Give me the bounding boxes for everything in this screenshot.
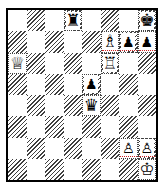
square-f1[interactable] (101, 159, 120, 180)
square-g6[interactable] (119, 53, 138, 74)
square-e8[interactable] (82, 10, 101, 31)
square-g3[interactable] (119, 116, 138, 137)
square-c5[interactable] (45, 74, 64, 95)
square-c7[interactable] (45, 31, 64, 52)
square-b4[interactable] (27, 95, 46, 116)
square-d7[interactable] (64, 31, 83, 52)
square-h2[interactable]: ♙ (138, 138, 157, 159)
square-e6[interactable] (82, 53, 101, 74)
black-queen-piece[interactable]: ♛ (84, 97, 99, 114)
square-d8[interactable]: ♜ (64, 10, 83, 31)
white-pawn-piece[interactable]: ♙ (140, 141, 153, 155)
square-e4[interactable]: ♛ (82, 95, 101, 116)
square-d3[interactable] (64, 116, 83, 137)
square-a4[interactable] (8, 95, 27, 116)
square-d1[interactable] (64, 159, 83, 180)
white-king-piece[interactable]: ♔ (139, 160, 154, 177)
square-e1[interactable] (82, 159, 101, 180)
square-d5[interactable] (64, 74, 83, 95)
square-h4[interactable] (138, 95, 157, 116)
square-d6[interactable] (64, 53, 83, 74)
square-a6[interactable]: ♕ (8, 53, 27, 74)
white-rook-piece[interactable]: ♖ (102, 54, 117, 71)
square-c4[interactable] (45, 95, 64, 116)
square-b7[interactable] (27, 31, 46, 52)
square-h7[interactable]: ♟ (138, 31, 157, 52)
square-h5[interactable] (138, 74, 157, 95)
chess-board: ♜♚♗♟♟♕♖♟♛♙♙♔ (6, 8, 158, 182)
square-f8[interactable] (101, 10, 120, 31)
square-b6[interactable] (27, 53, 46, 74)
square-a2[interactable] (8, 138, 27, 159)
square-h3[interactable] (138, 116, 157, 137)
square-d4[interactable] (64, 95, 83, 116)
square-a5[interactable] (8, 74, 27, 95)
chess-diagram: ♜♚♗♟♟♕♖♟♛♙♙♔ (0, 0, 163, 187)
square-e5[interactable]: ♟ (82, 74, 101, 95)
square-g8[interactable] (119, 10, 138, 31)
square-c3[interactable] (45, 116, 64, 137)
square-a7[interactable] (8, 31, 27, 52)
white-pawn-piece[interactable]: ♙ (122, 141, 135, 155)
square-b3[interactable] (27, 116, 46, 137)
square-a8[interactable] (8, 10, 27, 31)
black-pawn-piece[interactable]: ♟ (122, 34, 135, 48)
square-h8[interactable]: ♚ (138, 10, 157, 31)
black-pawn-piece[interactable]: ♟ (85, 77, 98, 91)
square-h6[interactable] (138, 53, 157, 74)
square-d2[interactable] (64, 138, 83, 159)
black-rook-piece[interactable]: ♜ (65, 12, 80, 29)
square-f7[interactable]: ♗ (101, 31, 120, 52)
square-h1[interactable]: ♔ (138, 159, 157, 180)
square-f3[interactable] (101, 116, 120, 137)
square-f4[interactable] (101, 95, 120, 116)
square-b1[interactable] (27, 159, 46, 180)
square-c2[interactable] (45, 138, 64, 159)
square-f5[interactable] (101, 74, 120, 95)
square-b5[interactable] (27, 74, 46, 95)
square-g5[interactable] (119, 74, 138, 95)
square-f2[interactable] (101, 138, 120, 159)
black-king-piece[interactable]: ♚ (139, 12, 154, 29)
white-bishop-piece[interactable]: ♗ (102, 33, 117, 50)
square-f6[interactable]: ♖ (101, 53, 120, 74)
square-b2[interactable] (27, 138, 46, 159)
square-g7[interactable]: ♟ (119, 31, 138, 52)
square-e3[interactable] (82, 116, 101, 137)
square-c6[interactable] (45, 53, 64, 74)
white-queen-piece[interactable]: ♕ (10, 54, 25, 71)
square-a1[interactable] (8, 159, 27, 180)
square-c1[interactable] (45, 159, 64, 180)
square-b8[interactable] (27, 10, 46, 31)
square-e7[interactable] (82, 31, 101, 52)
square-g1[interactable] (119, 159, 138, 180)
square-e2[interactable] (82, 138, 101, 159)
square-g2[interactable]: ♙ (119, 138, 138, 159)
square-a3[interactable] (8, 116, 27, 137)
square-g4[interactable] (119, 95, 138, 116)
square-c8[interactable] (45, 10, 64, 31)
black-pawn-piece[interactable]: ♟ (140, 34, 153, 48)
